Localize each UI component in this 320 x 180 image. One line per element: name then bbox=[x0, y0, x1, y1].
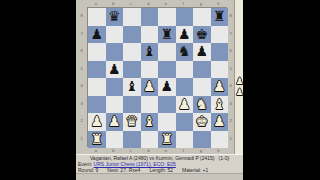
square-f8[interactable] bbox=[176, 8, 194, 26]
square-f1[interactable] bbox=[176, 131, 194, 149]
black-bishop[interactable]: ♝ bbox=[125, 78, 138, 96]
square-b2[interactable]: ♟ bbox=[106, 113, 124, 131]
square-f2[interactable] bbox=[176, 113, 194, 131]
rank-label-3: 3 bbox=[227, 95, 234, 113]
square-c5[interactable] bbox=[123, 61, 141, 79]
rank-labels-right: 87654321 bbox=[227, 7, 234, 147]
square-h4[interactable]: ♟ bbox=[211, 78, 229, 96]
square-c1[interactable] bbox=[123, 131, 141, 149]
square-g7[interactable]: ♚ bbox=[193, 26, 211, 44]
black-knight[interactable]: ♞ bbox=[178, 43, 191, 61]
square-d7[interactable] bbox=[141, 26, 159, 44]
square-e6[interactable] bbox=[158, 43, 176, 61]
file-label-h: h bbox=[210, 147, 228, 154]
black-pawn[interactable]: ♟ bbox=[160, 78, 173, 96]
white-bishop[interactable]: ♝ bbox=[213, 96, 226, 114]
footer-strip bbox=[76, 173, 243, 180]
square-c3[interactable] bbox=[123, 96, 141, 114]
square-d2[interactable]: ♝ bbox=[141, 113, 159, 131]
white-knight[interactable]: ♞ bbox=[195, 96, 208, 114]
rank-label-6: 6 bbox=[227, 42, 234, 60]
file-label-b: b bbox=[105, 0, 123, 7]
rank-label-8: 8 bbox=[227, 7, 234, 25]
rank-label-7: 7 bbox=[227, 25, 234, 43]
square-c7[interactable] bbox=[123, 26, 141, 44]
black-pawn[interactable]: ♟ bbox=[108, 61, 121, 79]
captured-material-tray: ♟♟ bbox=[234, 0, 243, 154]
rank-label-3: 3 bbox=[76, 95, 87, 113]
file-label-e: e bbox=[157, 147, 175, 154]
rank-label-5: 5 bbox=[227, 60, 234, 78]
white-pawn[interactable]: ♟ bbox=[213, 113, 226, 131]
square-g4[interactable] bbox=[193, 78, 211, 96]
square-a5[interactable] bbox=[88, 61, 106, 79]
rank-label-8: 8 bbox=[76, 7, 87, 25]
white-rook[interactable]: ♜ bbox=[90, 131, 103, 149]
rank-label-6: 6 bbox=[76, 42, 87, 60]
black-king[interactable]: ♚ bbox=[195, 26, 208, 44]
square-g1[interactable] bbox=[193, 131, 211, 149]
square-d4[interactable]: ♟ bbox=[141, 78, 159, 96]
square-g8[interactable] bbox=[193, 8, 211, 26]
white-rook[interactable]: ♜ bbox=[160, 131, 173, 149]
file-label-a: a bbox=[87, 147, 105, 154]
white-pawn[interactable]: ♟ bbox=[213, 78, 226, 96]
black-rook[interactable]: ♜ bbox=[160, 26, 173, 44]
square-f3[interactable]: ♟ bbox=[176, 96, 194, 114]
white-pawn[interactable]: ♟ bbox=[90, 113, 103, 131]
square-g6[interactable]: ♟ bbox=[193, 43, 211, 61]
square-a2[interactable]: ♟ bbox=[88, 113, 106, 131]
rank-label-1: 1 bbox=[76, 130, 87, 148]
square-a6[interactable] bbox=[88, 43, 106, 61]
file-label-c: c bbox=[122, 0, 140, 7]
black-rook[interactable]: ♜ bbox=[213, 8, 226, 26]
square-f4[interactable] bbox=[176, 78, 194, 96]
square-h2[interactable]: ♟ bbox=[211, 113, 229, 131]
black-queen[interactable]: ♛ bbox=[108, 8, 121, 26]
file-label-g: g bbox=[192, 0, 210, 7]
black-bishop[interactable]: ♝ bbox=[143, 43, 156, 61]
square-e5[interactable] bbox=[158, 61, 176, 79]
game-info-panel: Vaganian, Rafael A (2480) vs Kuzmin, Gen… bbox=[76, 154, 243, 180]
file-label-f: f bbox=[175, 147, 193, 154]
file-label-d: d bbox=[140, 147, 158, 154]
square-h1[interactable] bbox=[211, 131, 229, 149]
file-label-g: g bbox=[192, 147, 210, 154]
square-g5[interactable] bbox=[193, 61, 211, 79]
square-d6[interactable]: ♝ bbox=[141, 43, 159, 61]
square-h7[interactable] bbox=[211, 26, 229, 44]
rank-label-4: 4 bbox=[227, 77, 234, 95]
square-h8[interactable]: ♜ bbox=[211, 8, 229, 26]
white-king[interactable]: ♚ bbox=[195, 113, 208, 131]
white-pawn[interactable]: ♟ bbox=[108, 113, 121, 131]
square-b5[interactable]: ♟ bbox=[106, 61, 124, 79]
rank-label-4: 4 bbox=[76, 77, 87, 95]
game-result: (1-0) bbox=[219, 155, 230, 161]
file-label-d: d bbox=[140, 0, 158, 7]
square-a1[interactable]: ♜ bbox=[88, 131, 106, 149]
square-f7[interactable]: ♟ bbox=[176, 26, 194, 44]
square-e2[interactable] bbox=[158, 113, 176, 131]
square-c8[interactable] bbox=[123, 8, 141, 26]
file-labels-bottom: abcdefgh bbox=[87, 147, 227, 154]
black-pawn[interactable]: ♟ bbox=[195, 43, 208, 61]
white-pawn[interactable]: ♟ bbox=[178, 96, 191, 114]
square-c6[interactable] bbox=[123, 43, 141, 61]
square-d3[interactable] bbox=[141, 96, 159, 114]
square-b6[interactable] bbox=[106, 43, 124, 61]
square-a3[interactable] bbox=[88, 96, 106, 114]
file-labels-top: abcdefgh bbox=[87, 0, 227, 7]
black-pawn[interactable]: ♟ bbox=[178, 26, 191, 44]
square-b8[interactable]: ♛ bbox=[106, 8, 124, 26]
rank-label-7: 7 bbox=[76, 25, 87, 43]
square-f6[interactable]: ♞ bbox=[176, 43, 194, 61]
file-label-f: f bbox=[175, 0, 193, 7]
square-a7[interactable]: ♟ bbox=[88, 26, 106, 44]
file-label-h: h bbox=[210, 0, 228, 7]
file-label-b: b bbox=[105, 147, 123, 154]
square-f5[interactable] bbox=[176, 61, 194, 79]
square-d8[interactable] bbox=[141, 8, 159, 26]
file-label-c: c bbox=[122, 147, 140, 154]
square-h3[interactable]: ♝ bbox=[211, 96, 229, 114]
square-e8[interactable] bbox=[158, 8, 176, 26]
square-e1[interactable]: ♜ bbox=[158, 131, 176, 149]
square-d1[interactable] bbox=[141, 131, 159, 149]
rank-label-2: 2 bbox=[76, 112, 87, 130]
square-b4[interactable] bbox=[106, 78, 124, 96]
white-queen[interactable]: ♛ bbox=[125, 113, 138, 131]
square-e7[interactable]: ♜ bbox=[158, 26, 176, 44]
captured-pawn-icon: ♟ bbox=[235, 87, 244, 97]
video-content-area: abcdefgh abcdefgh 87654321 87654321 ♛♜♟♜… bbox=[76, 0, 243, 180]
square-d5[interactable] bbox=[141, 61, 159, 79]
white-pawn[interactable]: ♟ bbox=[143, 78, 156, 96]
rank-label-1: 1 bbox=[227, 130, 234, 148]
square-h6[interactable] bbox=[211, 43, 229, 61]
square-c2[interactable]: ♛ bbox=[123, 113, 141, 131]
square-b3[interactable] bbox=[106, 96, 124, 114]
square-g2[interactable]: ♚ bbox=[193, 113, 211, 131]
black-pawn[interactable]: ♟ bbox=[90, 26, 103, 44]
white-bishop[interactable]: ♝ bbox=[143, 113, 156, 131]
file-label-a: a bbox=[87, 0, 105, 7]
rank-labels-left: 87654321 bbox=[76, 7, 87, 147]
file-label-e: e bbox=[157, 0, 175, 7]
chess-board: ♛♜♟♜♟♚♝♞♟♟♝♟♟♟♟♞♝♟♟♛♝♚♟♜♜ bbox=[87, 7, 227, 147]
square-g3[interactable]: ♞ bbox=[193, 96, 211, 114]
rank-label-2: 2 bbox=[227, 112, 234, 130]
captured-pawn-icon: ♟ bbox=[235, 76, 244, 86]
square-e3[interactable] bbox=[158, 96, 176, 114]
square-a8[interactable] bbox=[88, 8, 106, 26]
square-c4[interactable]: ♝ bbox=[123, 78, 141, 96]
square-h5[interactable] bbox=[211, 61, 229, 79]
square-b1[interactable] bbox=[106, 131, 124, 149]
square-a4[interactable] bbox=[88, 78, 106, 96]
square-b7[interactable] bbox=[106, 26, 124, 44]
square-e4[interactable]: ♟ bbox=[158, 78, 176, 96]
rank-label-5: 5 bbox=[76, 60, 87, 78]
